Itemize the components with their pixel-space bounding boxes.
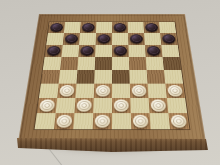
dark-piece-glyph: ⛂ [130, 34, 143, 43]
board-grid: ⛂⛂⛂⛂⛂⛂⛂⛂⛂⛂⛂⛂⛀⛀⛀⛀⛀⛀⛀⛀⛀⛀⛀⛀ [35, 22, 190, 129]
light-piece-glyph: ⛀ [150, 99, 166, 111]
square-h4[interactable] [164, 70, 183, 84]
square-a4[interactable] [41, 70, 60, 84]
dark-piece[interactable]: ⛂ [97, 34, 110, 43]
square-c8[interactable]: ⛂ [80, 22, 96, 33]
light-piece-glyph: ⛀ [59, 85, 74, 96]
square-b4[interactable] [59, 70, 78, 84]
square-a7[interactable] [46, 33, 64, 45]
dark-piece[interactable]: ⛂ [114, 23, 127, 32]
light-piece[interactable]: ⛀ [56, 114, 72, 127]
light-piece[interactable]: ⛀ [170, 114, 187, 127]
dark-piece[interactable]: ⛂ [145, 23, 158, 32]
light-piece[interactable]: ⛀ [132, 85, 147, 96]
square-c4[interactable] [76, 70, 94, 84]
square-h7[interactable]: ⛂ [160, 33, 178, 45]
square-e1[interactable] [112, 113, 131, 129]
dark-piece-glyph: ⛂ [162, 34, 176, 43]
square-g3[interactable] [148, 84, 167, 98]
light-piece-glyph: ⛀ [132, 85, 147, 96]
dark-piece-glyph: ⛂ [65, 34, 79, 43]
square-e8[interactable]: ⛂ [112, 22, 128, 33]
square-g1[interactable] [150, 113, 170, 129]
light-piece-glyph: ⛀ [39, 99, 55, 111]
square-b1[interactable]: ⛀ [54, 113, 74, 129]
square-d5[interactable] [95, 57, 112, 70]
square-f3[interactable]: ⛀ [130, 84, 149, 98]
dark-piece[interactable]: ⛂ [80, 46, 94, 56]
square-h2[interactable] [167, 98, 187, 113]
square-b7[interactable]: ⛂ [63, 33, 80, 45]
square-h8[interactable] [159, 22, 176, 33]
light-piece-glyph: ⛀ [133, 114, 149, 127]
square-f7[interactable]: ⛂ [128, 33, 145, 45]
dark-piece[interactable]: ⛂ [46, 46, 60, 56]
square-b8[interactable] [64, 22, 81, 33]
square-e4[interactable] [112, 70, 130, 84]
square-a3[interactable] [39, 84, 59, 98]
square-f2[interactable] [130, 98, 149, 113]
square-a1[interactable] [35, 113, 56, 129]
square-f6[interactable] [128, 45, 145, 57]
square-f4[interactable] [129, 70, 147, 84]
square-c6[interactable]: ⛂ [78, 45, 95, 57]
dark-piece-glyph: ⛂ [97, 34, 110, 43]
dark-piece-glyph: ⛂ [114, 46, 127, 56]
dark-piece[interactable]: ⛂ [50, 23, 64, 32]
square-e7[interactable] [112, 33, 128, 45]
square-b5[interactable] [60, 57, 78, 70]
square-c1[interactable] [73, 113, 93, 129]
square-a6[interactable]: ⛂ [45, 45, 63, 57]
square-d6[interactable] [95, 45, 112, 57]
square-f5[interactable] [129, 57, 147, 70]
square-e2[interactable]: ⛀ [112, 98, 131, 113]
light-piece-glyph: ⛀ [76, 99, 91, 111]
square-c5[interactable] [77, 57, 95, 70]
dark-piece-glyph: ⛂ [82, 23, 95, 32]
dark-piece-glyph: ⛂ [114, 23, 127, 32]
light-piece[interactable]: ⛀ [167, 85, 183, 96]
square-a5[interactable] [43, 57, 62, 70]
dark-piece[interactable]: ⛂ [130, 34, 143, 43]
square-e5[interactable] [112, 57, 129, 70]
checkers-board: ⛂⛂⛂⛂⛂⛂⛂⛂⛂⛂⛂⛂⛀⛀⛀⛀⛀⛀⛀⛀⛀⛀⛀⛀ [18, 14, 206, 142]
square-a8[interactable]: ⛂ [48, 22, 65, 33]
dark-piece[interactable]: ⛂ [162, 34, 176, 43]
dark-piece[interactable]: ⛂ [147, 46, 161, 56]
square-g5[interactable] [146, 57, 164, 70]
square-c7[interactable] [79, 33, 96, 45]
square-a2[interactable]: ⛀ [37, 98, 57, 113]
light-piece[interactable]: ⛀ [133, 114, 149, 127]
square-g2[interactable]: ⛀ [149, 98, 169, 113]
square-d2[interactable] [93, 98, 112, 113]
square-g7[interactable] [144, 33, 161, 45]
light-piece-glyph: ⛀ [96, 85, 111, 96]
square-e6[interactable]: ⛂ [112, 45, 129, 57]
board-frame: ⛂⛂⛂⛂⛂⛂⛂⛂⛂⛂⛂⛂⛀⛀⛀⛀⛀⛀⛀⛀⛀⛀⛀⛀ [18, 14, 206, 142]
dark-piece-glyph: ⛂ [50, 23, 64, 32]
square-c3[interactable] [75, 84, 94, 98]
light-piece-glyph: ⛀ [114, 99, 129, 111]
light-piece[interactable]: ⛀ [95, 114, 110, 127]
square-b2[interactable] [56, 98, 76, 113]
light-piece-glyph: ⛀ [95, 114, 110, 127]
square-d3[interactable]: ⛀ [94, 84, 112, 98]
square-g4[interactable] [147, 70, 166, 84]
dark-piece-glyph: ⛂ [80, 46, 94, 56]
light-piece-glyph: ⛀ [56, 114, 72, 127]
dark-piece-glyph: ⛂ [145, 23, 158, 32]
light-piece[interactable]: ⛀ [150, 99, 166, 111]
light-piece[interactable]: ⛀ [96, 85, 111, 96]
square-e3[interactable] [112, 84, 130, 98]
square-b6[interactable] [61, 45, 79, 57]
dark-piece[interactable]: ⛂ [65, 34, 79, 43]
square-h5[interactable] [163, 57, 182, 70]
square-h1[interactable]: ⛀ [168, 113, 189, 129]
square-f8[interactable] [128, 22, 144, 33]
square-d4[interactable] [94, 70, 112, 84]
square-d1[interactable]: ⛀ [93, 113, 112, 129]
light-piece[interactable]: ⛀ [59, 85, 74, 96]
square-h3[interactable]: ⛀ [165, 84, 185, 98]
square-d8[interactable] [96, 22, 112, 33]
square-g6[interactable]: ⛂ [145, 45, 163, 57]
light-piece[interactable]: ⛀ [76, 99, 91, 111]
square-h6[interactable] [161, 45, 179, 57]
dark-piece-glyph: ⛂ [147, 46, 161, 56]
square-f1[interactable]: ⛀ [131, 113, 151, 129]
light-piece-glyph: ⛀ [170, 114, 187, 127]
light-piece-glyph: ⛀ [167, 85, 183, 96]
dark-piece-glyph: ⛂ [46, 46, 60, 56]
square-d7[interactable]: ⛂ [96, 33, 112, 45]
light-piece[interactable]: ⛀ [39, 99, 55, 111]
square-c2[interactable]: ⛀ [74, 98, 93, 113]
dark-piece[interactable]: ⛂ [114, 46, 127, 56]
square-g8[interactable]: ⛂ [143, 22, 160, 33]
dark-piece[interactable]: ⛂ [82, 23, 95, 32]
checkers-board-photo: ⛂⛂⛂⛂⛂⛂⛂⛂⛂⛂⛂⛂⛀⛀⛀⛀⛀⛀⛀⛀⛀⛀⛀⛀ [0, 0, 220, 165]
square-b3[interactable]: ⛀ [57, 84, 76, 98]
light-piece[interactable]: ⛀ [114, 99, 129, 111]
